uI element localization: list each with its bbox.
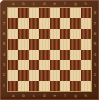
square-g3[interactable] xyxy=(70,60,80,70)
file-label-bottom-f: f xyxy=(60,91,70,100)
square-g6[interactable] xyxy=(70,29,80,39)
square-c3[interactable] xyxy=(29,60,39,70)
square-g1[interactable] xyxy=(70,81,80,91)
file-label-top-g: g xyxy=(70,0,80,8)
square-g2[interactable] xyxy=(70,70,80,80)
square-e7[interactable] xyxy=(50,18,60,28)
rank-label-right-2: 2 xyxy=(91,70,99,80)
rank-label-left-8: 8 xyxy=(0,8,8,18)
file-label-top-f: f xyxy=(60,0,70,8)
square-h5[interactable] xyxy=(81,39,91,49)
rank-label-right-4: 4 xyxy=(91,50,99,60)
square-d2[interactable] xyxy=(39,70,49,80)
board-grid xyxy=(8,8,91,91)
rank-label-right-6: 6 xyxy=(91,29,99,39)
square-f1[interactable] xyxy=(60,81,70,91)
square-h3[interactable] xyxy=(81,60,91,70)
square-g5[interactable] xyxy=(70,39,80,49)
rank-labels-left: 87654321 xyxy=(0,8,8,91)
square-f4[interactable] xyxy=(60,50,70,60)
file-label-bottom-a: a xyxy=(8,91,18,100)
square-c4[interactable] xyxy=(29,50,39,60)
square-c5[interactable] xyxy=(29,39,39,49)
square-d4[interactable] xyxy=(39,50,49,60)
square-e2[interactable] xyxy=(50,70,60,80)
rank-label-left-1: 1 xyxy=(0,81,8,91)
square-a2[interactable] xyxy=(8,70,18,80)
square-a4[interactable] xyxy=(8,50,18,60)
square-d1[interactable] xyxy=(39,81,49,91)
square-g8[interactable] xyxy=(70,8,80,18)
square-g7[interactable] xyxy=(70,18,80,28)
file-label-bottom-d: d xyxy=(39,91,49,100)
chessboard-photo: abcdefgh abcdefgh 87654321 87654321 xyxy=(0,0,99,100)
square-e5[interactable] xyxy=(50,39,60,49)
square-h4[interactable] xyxy=(81,50,91,60)
square-d5[interactable] xyxy=(39,39,49,49)
square-d7[interactable] xyxy=(39,18,49,28)
square-f3[interactable] xyxy=(60,60,70,70)
square-b8[interactable] xyxy=(18,8,28,18)
square-b5[interactable] xyxy=(18,39,28,49)
square-a3[interactable] xyxy=(8,60,18,70)
file-label-top-b: b xyxy=(18,0,28,8)
file-label-bottom-g: g xyxy=(70,91,80,100)
square-h2[interactable] xyxy=(81,70,91,80)
square-h1[interactable] xyxy=(81,81,91,91)
file-label-top-a: a xyxy=(8,0,18,8)
square-b6[interactable] xyxy=(18,29,28,39)
rank-label-left-7: 7 xyxy=(0,18,8,28)
file-label-top-e: e xyxy=(50,0,60,8)
square-a6[interactable] xyxy=(8,29,18,39)
square-b2[interactable] xyxy=(18,70,28,80)
file-label-bottom-e: e xyxy=(50,91,60,100)
square-h6[interactable] xyxy=(81,29,91,39)
rank-label-right-3: 3 xyxy=(91,60,99,70)
square-a5[interactable] xyxy=(8,39,18,49)
file-labels-bottom: abcdefgh xyxy=(8,91,91,100)
square-c1[interactable] xyxy=(29,81,39,91)
square-f5[interactable] xyxy=(60,39,70,49)
square-e6[interactable] xyxy=(50,29,60,39)
file-label-bottom-c: c xyxy=(29,91,39,100)
file-label-bottom-b: b xyxy=(18,91,28,100)
rank-label-left-3: 3 xyxy=(0,60,8,70)
square-h7[interactable] xyxy=(81,18,91,28)
square-b1[interactable] xyxy=(18,81,28,91)
file-label-top-d: d xyxy=(39,0,49,8)
file-label-bottom-h: h xyxy=(81,91,91,100)
square-e8[interactable] xyxy=(50,8,60,18)
square-b3[interactable] xyxy=(18,60,28,70)
square-b7[interactable] xyxy=(18,18,28,28)
square-f8[interactable] xyxy=(60,8,70,18)
square-d3[interactable] xyxy=(39,60,49,70)
rank-label-right-7: 7 xyxy=(91,18,99,28)
square-g4[interactable] xyxy=(70,50,80,60)
square-c8[interactable] xyxy=(29,8,39,18)
square-a8[interactable] xyxy=(8,8,18,18)
square-h8[interactable] xyxy=(81,8,91,18)
square-e4[interactable] xyxy=(50,50,60,60)
file-label-top-c: c xyxy=(29,0,39,8)
square-d8[interactable] xyxy=(39,8,49,18)
square-c2[interactable] xyxy=(29,70,39,80)
photo-corner-artifact xyxy=(0,0,3,3)
square-c7[interactable] xyxy=(29,18,39,28)
rank-label-left-5: 5 xyxy=(0,39,8,49)
file-label-top-h: h xyxy=(81,0,91,8)
rank-labels-right: 87654321 xyxy=(91,8,99,91)
square-a7[interactable] xyxy=(8,18,18,28)
square-e1[interactable] xyxy=(50,81,60,91)
square-f2[interactable] xyxy=(60,70,70,80)
square-c6[interactable] xyxy=(29,29,39,39)
square-f6[interactable] xyxy=(60,29,70,39)
square-a1[interactable] xyxy=(8,81,18,91)
file-labels-top: abcdefgh xyxy=(8,0,91,8)
rank-label-right-5: 5 xyxy=(91,39,99,49)
square-e3[interactable] xyxy=(50,60,60,70)
rank-label-right-1: 1 xyxy=(91,81,99,91)
square-b4[interactable] xyxy=(18,50,28,60)
rank-label-left-2: 2 xyxy=(0,70,8,80)
square-f7[interactable] xyxy=(60,18,70,28)
rank-label-right-8: 8 xyxy=(91,8,99,18)
rank-label-left-4: 4 xyxy=(0,50,8,60)
square-d6[interactable] xyxy=(39,29,49,39)
rank-label-left-6: 6 xyxy=(0,29,8,39)
